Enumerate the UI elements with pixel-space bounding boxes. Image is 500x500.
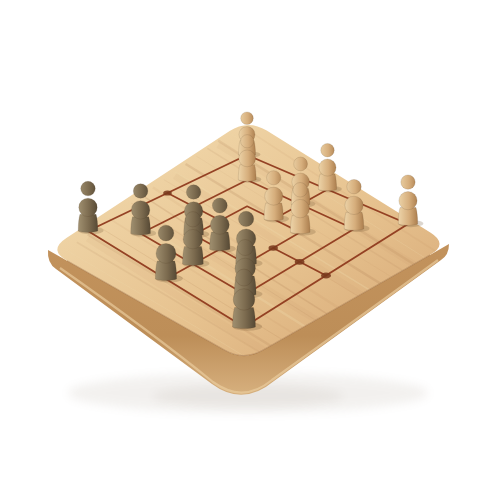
point-dot-e4[interactable] [269,245,278,251]
piece-light-g7[interactable] [398,175,423,227]
product-photo: Nine Men's Morris [0,0,500,500]
point-dot-f4[interactable] [295,259,305,265]
morris-board-svg [0,0,500,500]
point-dot-a4[interactable] [163,190,172,195]
point-dot-g4[interactable] [321,273,331,279]
